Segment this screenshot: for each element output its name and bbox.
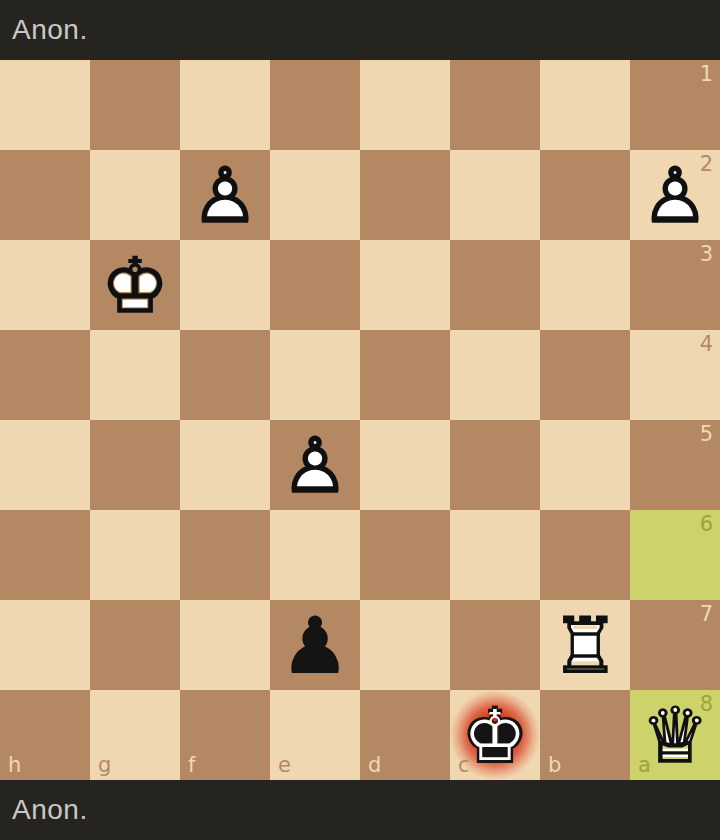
square-g4[interactable] bbox=[90, 330, 180, 420]
square-f7[interactable] bbox=[180, 600, 270, 690]
top-player-name[interactable]: Anon. bbox=[12, 14, 88, 46]
square-e7[interactable]: ♟ bbox=[270, 600, 360, 690]
square-d5[interactable] bbox=[360, 420, 450, 510]
black-pawn-piece[interactable]: ♟ bbox=[270, 600, 360, 690]
white-king-detail: ♔ bbox=[90, 240, 180, 330]
square-c3[interactable] bbox=[450, 240, 540, 330]
square-b8[interactable]: b bbox=[540, 690, 630, 780]
white-pawn-detail: ♙ bbox=[180, 150, 270, 240]
square-f6[interactable] bbox=[180, 510, 270, 600]
rank-label-5: 5 bbox=[700, 422, 713, 446]
white-pawn-piece[interactable]: ♟♙ bbox=[630, 150, 720, 240]
white-pawn-piece[interactable]: ♟♙ bbox=[180, 150, 270, 240]
square-c4[interactable] bbox=[450, 330, 540, 420]
square-e4[interactable] bbox=[270, 330, 360, 420]
square-g8[interactable]: g bbox=[90, 690, 180, 780]
file-label-d: d bbox=[368, 753, 381, 777]
square-f1[interactable] bbox=[180, 60, 270, 150]
square-e8[interactable]: e bbox=[270, 690, 360, 780]
square-g6[interactable] bbox=[90, 510, 180, 600]
square-d8[interactable]: d bbox=[360, 690, 450, 780]
square-c8[interactable]: ♚♔c bbox=[450, 690, 540, 780]
white-rook-piece[interactable]: ♜♖ bbox=[540, 600, 630, 690]
file-label-f: f bbox=[188, 753, 195, 777]
square-c7[interactable] bbox=[450, 600, 540, 690]
square-e2[interactable] bbox=[270, 150, 360, 240]
rank-label-1: 1 bbox=[700, 62, 713, 86]
square-h5[interactable] bbox=[0, 420, 90, 510]
square-h2[interactable] bbox=[0, 150, 90, 240]
square-e1[interactable] bbox=[270, 60, 360, 150]
white-pawn-piece[interactable]: ♟♙ bbox=[270, 420, 360, 510]
top-player-bar: Anon. bbox=[0, 0, 720, 60]
chess-board: 1♟♙♟♙2♚♔34♟♙56♟♜♖7hgfed♚♔cb♛♕a8 bbox=[0, 60, 720, 780]
square-d4[interactable] bbox=[360, 330, 450, 420]
square-g1[interactable] bbox=[90, 60, 180, 150]
square-d1[interactable] bbox=[360, 60, 450, 150]
square-c5[interactable] bbox=[450, 420, 540, 510]
square-d7[interactable] bbox=[360, 600, 450, 690]
square-a6[interactable]: 6 bbox=[630, 510, 720, 600]
square-h4[interactable] bbox=[0, 330, 90, 420]
square-f5[interactable] bbox=[180, 420, 270, 510]
file-label-e: e bbox=[278, 753, 291, 777]
square-f4[interactable] bbox=[180, 330, 270, 420]
rank-label-6: 6 bbox=[700, 512, 713, 536]
square-b7[interactable]: ♜♖ bbox=[540, 600, 630, 690]
square-b1[interactable] bbox=[540, 60, 630, 150]
file-label-h: h bbox=[8, 753, 21, 777]
square-a2[interactable]: ♟♙2 bbox=[630, 150, 720, 240]
square-h8[interactable]: h bbox=[0, 690, 90, 780]
black-king-piece[interactable]: ♚♔ bbox=[450, 690, 540, 780]
square-e5[interactable]: ♟♙ bbox=[270, 420, 360, 510]
square-f3[interactable] bbox=[180, 240, 270, 330]
bottom-player-bar: Anon. bbox=[0, 780, 720, 840]
square-b5[interactable] bbox=[540, 420, 630, 510]
rank-label-7: 7 bbox=[700, 602, 713, 626]
square-g3[interactable]: ♚♔ bbox=[90, 240, 180, 330]
bottom-player-name[interactable]: Anon. bbox=[12, 794, 88, 826]
white-queen-piece[interactable]: ♛♕ bbox=[630, 690, 720, 780]
square-c2[interactable] bbox=[450, 150, 540, 240]
square-c6[interactable] bbox=[450, 510, 540, 600]
black-pawn-glyph: ♟ bbox=[270, 600, 360, 690]
square-d3[interactable] bbox=[360, 240, 450, 330]
square-h1[interactable] bbox=[0, 60, 90, 150]
square-a1[interactable]: 1 bbox=[630, 60, 720, 150]
white-pawn-detail: ♙ bbox=[630, 150, 720, 240]
rank-label-3: 3 bbox=[700, 242, 713, 266]
square-h7[interactable] bbox=[0, 600, 90, 690]
square-b4[interactable] bbox=[540, 330, 630, 420]
white-pawn-detail: ♙ bbox=[270, 420, 360, 510]
square-b6[interactable] bbox=[540, 510, 630, 600]
file-label-g: g bbox=[98, 753, 111, 777]
black-king-detail: ♔ bbox=[450, 690, 540, 780]
square-a4[interactable]: 4 bbox=[630, 330, 720, 420]
square-f2[interactable]: ♟♙ bbox=[180, 150, 270, 240]
white-king-piece[interactable]: ♚♔ bbox=[90, 240, 180, 330]
square-g2[interactable] bbox=[90, 150, 180, 240]
square-a3[interactable]: 3 bbox=[630, 240, 720, 330]
square-b2[interactable] bbox=[540, 150, 630, 240]
square-h6[interactable] bbox=[0, 510, 90, 600]
square-c1[interactable] bbox=[450, 60, 540, 150]
square-a8[interactable]: ♛♕a8 bbox=[630, 690, 720, 780]
square-d2[interactable] bbox=[360, 150, 450, 240]
square-h3[interactable] bbox=[0, 240, 90, 330]
square-a5[interactable]: 5 bbox=[630, 420, 720, 510]
square-a7[interactable]: 7 bbox=[630, 600, 720, 690]
file-label-b: b bbox=[548, 753, 561, 777]
square-b3[interactable] bbox=[540, 240, 630, 330]
square-g7[interactable] bbox=[90, 600, 180, 690]
white-queen-detail: ♕ bbox=[630, 690, 720, 780]
white-rook-detail: ♖ bbox=[540, 600, 630, 690]
square-d6[interactable] bbox=[360, 510, 450, 600]
square-f8[interactable]: f bbox=[180, 690, 270, 780]
square-e6[interactable] bbox=[270, 510, 360, 600]
square-e3[interactable] bbox=[270, 240, 360, 330]
square-g5[interactable] bbox=[90, 420, 180, 510]
rank-label-4: 4 bbox=[700, 332, 713, 356]
